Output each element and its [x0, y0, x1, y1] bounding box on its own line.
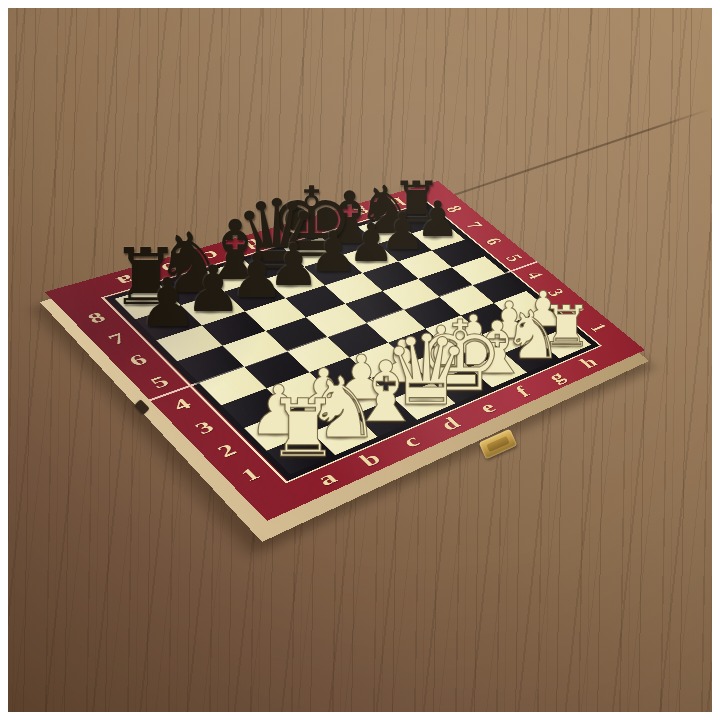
file-label-f: f: [512, 384, 533, 400]
product-photo: abcdefgh abcdefgh 87654321 87654321 ♜♞♟♝…: [0, 0, 720, 720]
rank-label-5: 5: [147, 373, 173, 390]
rank-label-3: 3: [191, 418, 218, 436]
file-label-c: c: [200, 248, 224, 263]
rank-label-4: 4: [523, 270, 547, 281]
file-label-h: h: [385, 195, 408, 208]
file-label-b: b: [156, 259, 183, 275]
file-label-e: e: [475, 399, 499, 416]
rank-label-4: 4: [168, 396, 194, 414]
file-label-e: e: [280, 225, 302, 239]
file-label-g: g: [352, 205, 375, 218]
file-label-d: d: [436, 414, 464, 433]
rank-label-7: 7: [462, 220, 486, 230]
file-label-c: c: [398, 432, 424, 450]
rank-label-7: 7: [104, 330, 130, 347]
rank-label-6: 6: [125, 352, 151, 369]
rank-label-8: 8: [442, 204, 466, 214]
rank-label-3: 3: [544, 287, 568, 299]
file-label-d: d: [240, 236, 266, 251]
rank-label-2: 2: [565, 304, 589, 316]
file-label-a: a: [112, 272, 138, 288]
rank-label-2: 2: [214, 441, 241, 460]
file-label-h: h: [576, 354, 601, 370]
file-label-f: f: [318, 215, 337, 228]
rank-label-1: 1: [237, 465, 264, 484]
rank-label-8: 8: [84, 310, 109, 326]
rank-label-5: 5: [502, 253, 526, 264]
file-label-g: g: [544, 369, 568, 386]
file-label-b: b: [355, 449, 384, 470]
rank-label-1: 1: [587, 322, 611, 334]
file-label-a: a: [313, 468, 342, 489]
rank-label-6: 6: [482, 236, 506, 247]
